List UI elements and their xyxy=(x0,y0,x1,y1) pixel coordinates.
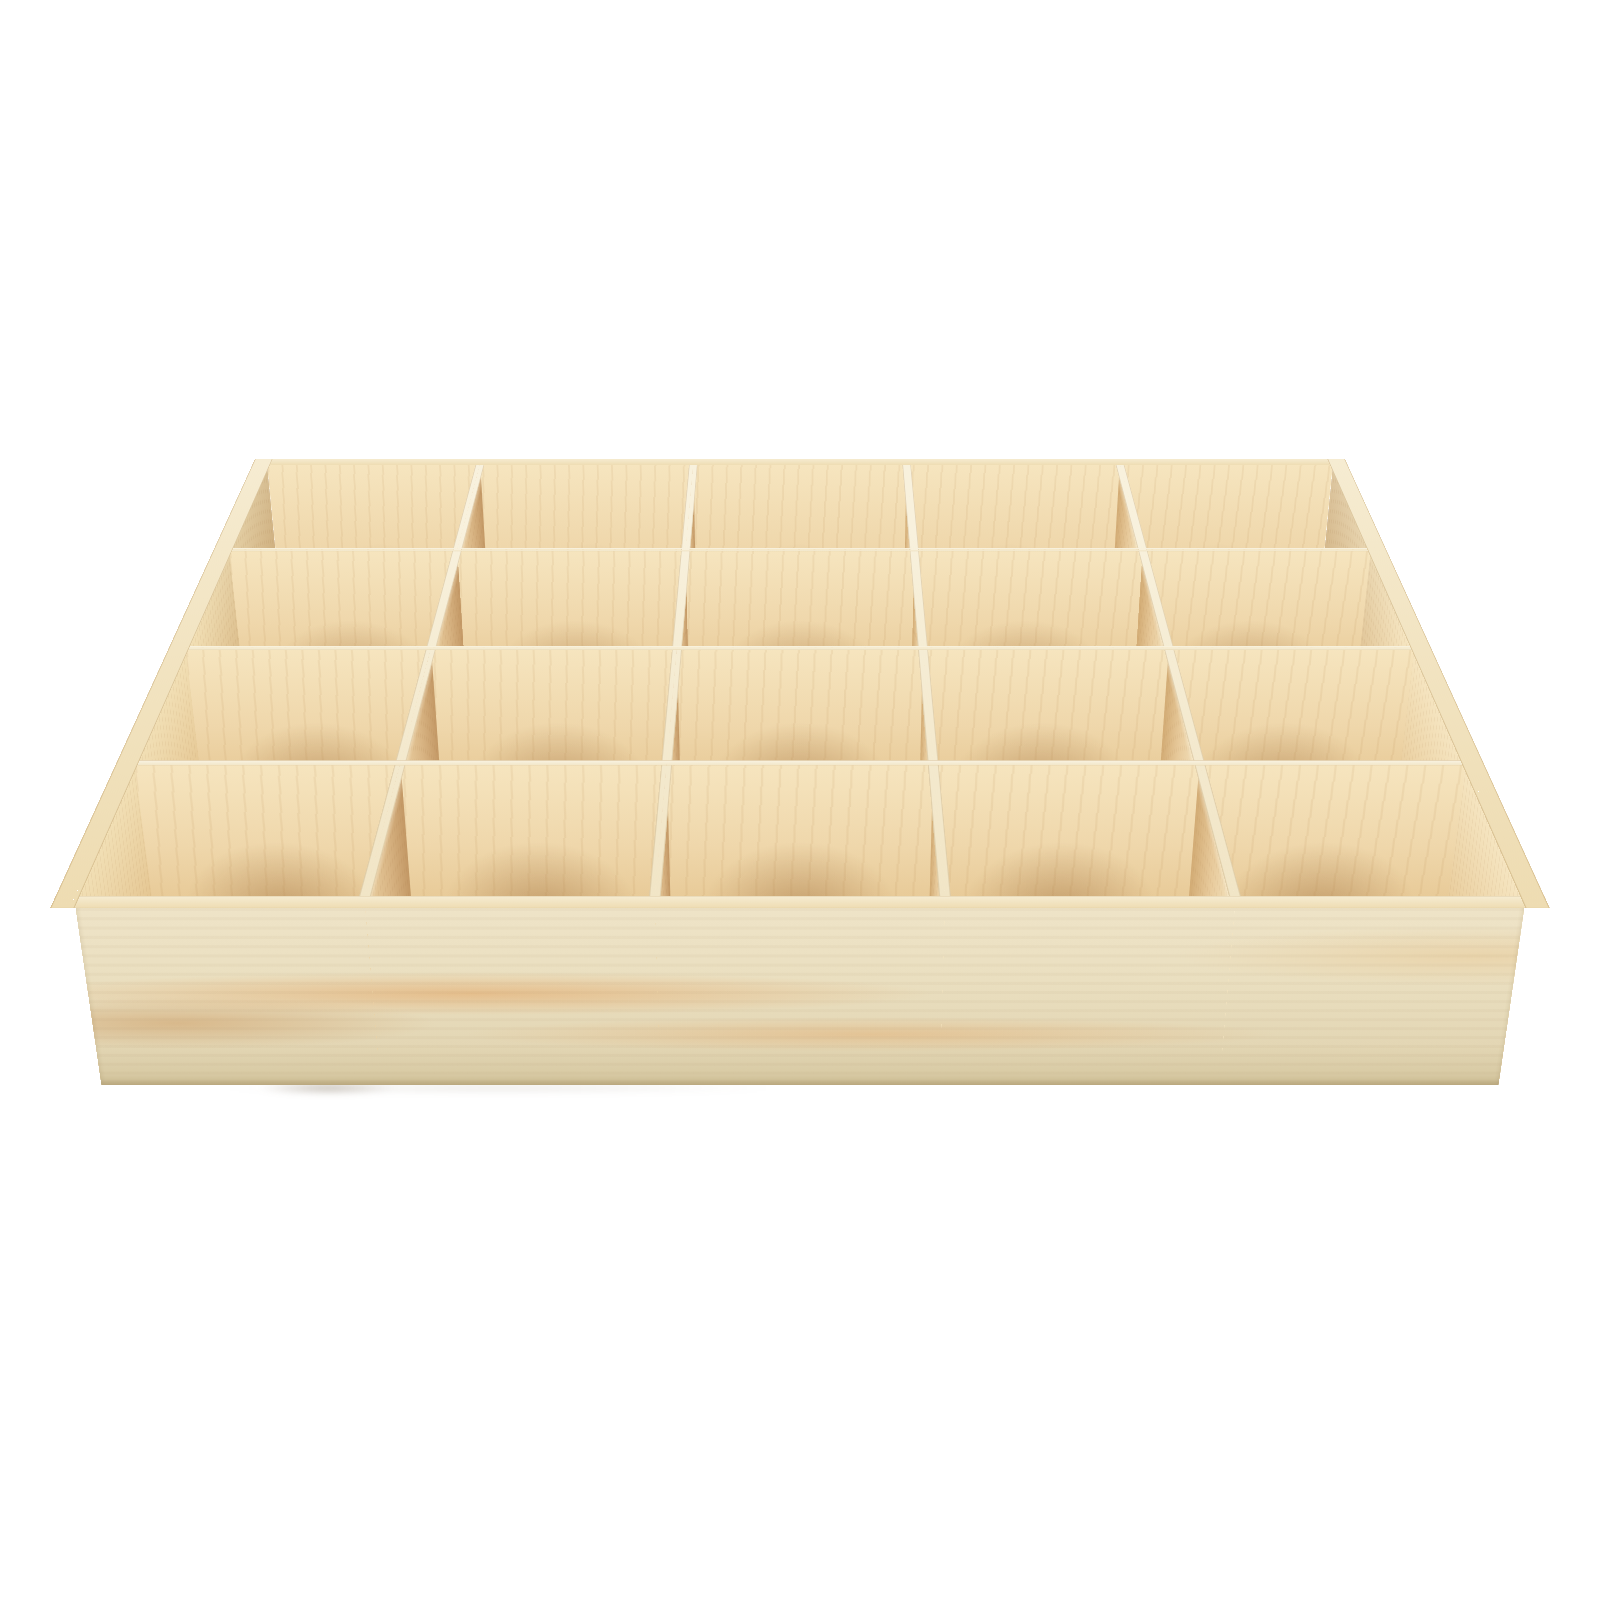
divider-row-3-front-face xyxy=(134,763,1465,912)
product-photo-stage xyxy=(0,0,1600,1600)
back-rim-top-edge xyxy=(252,459,1348,466)
divider-row-2-top-edge xyxy=(180,646,1420,650)
front-wall-outer-face xyxy=(74,898,1526,1085)
tray xyxy=(101,615,1498,1086)
